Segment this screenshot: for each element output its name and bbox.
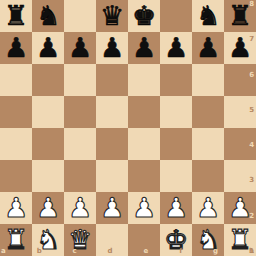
square-c1[interactable]: ♛ — [64, 224, 96, 256]
square-g8[interactable]: ♞ — [192, 0, 224, 32]
square-a8[interactable]: ♜ — [0, 0, 32, 32]
square-c4[interactable] — [64, 128, 96, 160]
square-b4[interactable] — [32, 128, 64, 160]
square-a5[interactable] — [0, 96, 32, 128]
square-h4[interactable] — [224, 128, 256, 160]
square-d1[interactable] — [96, 224, 128, 256]
square-e3[interactable] — [128, 160, 160, 192]
piece-black-knight[interactable]: ♞ — [32, 0, 64, 31]
square-f7[interactable]: ♟ — [160, 32, 192, 64]
chess-board: ♜♞♛♚♞♜♟♟♟♟♟♟♟♟♟♟♟♟♟♟♟♟♜♞♛♚♞♜ abcdefgh 87… — [0, 0, 256, 256]
square-e5[interactable] — [128, 96, 160, 128]
square-f6[interactable] — [160, 64, 192, 96]
piece-black-queen[interactable]: ♛ — [96, 0, 128, 31]
piece-black-pawn[interactable]: ♟ — [32, 31, 64, 63]
square-a6[interactable] — [0, 64, 32, 96]
square-c3[interactable] — [64, 160, 96, 192]
piece-black-king[interactable]: ♚ — [128, 0, 160, 31]
piece-black-knight[interactable]: ♞ — [192, 0, 224, 31]
square-g3[interactable] — [192, 160, 224, 192]
piece-white-rook[interactable]: ♜ — [224, 223, 256, 255]
square-e7[interactable]: ♟ — [128, 32, 160, 64]
square-a7[interactable]: ♟ — [0, 32, 32, 64]
square-d8[interactable]: ♛ — [96, 0, 128, 32]
piece-black-pawn[interactable]: ♟ — [0, 31, 32, 63]
square-g5[interactable] — [192, 96, 224, 128]
square-g6[interactable] — [192, 64, 224, 96]
square-f8[interactable] — [160, 0, 192, 32]
square-h7[interactable]: ♟ — [224, 32, 256, 64]
piece-white-knight[interactable]: ♞ — [32, 223, 64, 255]
square-g7[interactable]: ♟ — [192, 32, 224, 64]
square-f3[interactable] — [160, 160, 192, 192]
chess-board-grid: ♜♞♛♚♞♜♟♟♟♟♟♟♟♟♟♟♟♟♟♟♟♟♜♞♛♚♞♜ — [0, 0, 256, 256]
square-d7[interactable]: ♟ — [96, 32, 128, 64]
square-d6[interactable] — [96, 64, 128, 96]
square-f1[interactable]: ♚ — [160, 224, 192, 256]
square-f4[interactable] — [160, 128, 192, 160]
square-e6[interactable] — [128, 64, 160, 96]
square-e1[interactable] — [128, 224, 160, 256]
square-a2[interactable]: ♟ — [0, 192, 32, 224]
piece-white-pawn[interactable]: ♟ — [192, 191, 224, 223]
square-e8[interactable]: ♚ — [128, 0, 160, 32]
square-h2[interactable]: ♟ — [224, 192, 256, 224]
square-c2[interactable]: ♟ — [64, 192, 96, 224]
square-e4[interactable] — [128, 128, 160, 160]
square-g2[interactable]: ♟ — [192, 192, 224, 224]
piece-white-queen[interactable]: ♛ — [64, 223, 96, 255]
piece-black-pawn[interactable]: ♟ — [160, 31, 192, 63]
square-g1[interactable]: ♞ — [192, 224, 224, 256]
square-b5[interactable] — [32, 96, 64, 128]
piece-black-pawn[interactable]: ♟ — [224, 31, 256, 63]
square-f5[interactable] — [160, 96, 192, 128]
piece-white-pawn[interactable]: ♟ — [0, 191, 32, 223]
square-b1[interactable]: ♞ — [32, 224, 64, 256]
square-h5[interactable] — [224, 96, 256, 128]
square-f2[interactable]: ♟ — [160, 192, 192, 224]
piece-black-rook[interactable]: ♜ — [0, 0, 32, 31]
square-b6[interactable] — [32, 64, 64, 96]
piece-black-pawn[interactable]: ♟ — [192, 31, 224, 63]
piece-black-pawn[interactable]: ♟ — [64, 31, 96, 63]
square-h3[interactable] — [224, 160, 256, 192]
piece-white-pawn[interactable]: ♟ — [96, 191, 128, 223]
piece-black-rook[interactable]: ♜ — [224, 0, 256, 31]
square-e2[interactable]: ♟ — [128, 192, 160, 224]
piece-white-pawn[interactable]: ♟ — [64, 191, 96, 223]
piece-white-pawn[interactable]: ♟ — [32, 191, 64, 223]
square-b8[interactable]: ♞ — [32, 0, 64, 32]
piece-black-pawn[interactable]: ♟ — [96, 31, 128, 63]
square-h1[interactable]: ♜ — [224, 224, 256, 256]
piece-white-pawn[interactable]: ♟ — [160, 191, 192, 223]
piece-white-rook[interactable]: ♜ — [0, 223, 32, 255]
square-a4[interactable] — [0, 128, 32, 160]
square-a3[interactable] — [0, 160, 32, 192]
square-b2[interactable]: ♟ — [32, 192, 64, 224]
piece-white-king[interactable]: ♚ — [160, 223, 192, 255]
piece-white-pawn[interactable]: ♟ — [128, 191, 160, 223]
square-d5[interactable] — [96, 96, 128, 128]
piece-white-knight[interactable]: ♞ — [192, 223, 224, 255]
square-a1[interactable]: ♜ — [0, 224, 32, 256]
piece-black-pawn[interactable]: ♟ — [128, 31, 160, 63]
square-b3[interactable] — [32, 160, 64, 192]
square-d3[interactable] — [96, 160, 128, 192]
square-d4[interactable] — [96, 128, 128, 160]
piece-white-pawn[interactable]: ♟ — [224, 191, 256, 223]
square-h6[interactable] — [224, 64, 256, 96]
square-b7[interactable]: ♟ — [32, 32, 64, 64]
square-c7[interactable]: ♟ — [64, 32, 96, 64]
square-c5[interactable] — [64, 96, 96, 128]
square-c8[interactable] — [64, 0, 96, 32]
square-g4[interactable] — [192, 128, 224, 160]
square-h8[interactable]: ♜ — [224, 0, 256, 32]
square-c6[interactable] — [64, 64, 96, 96]
square-d2[interactable]: ♟ — [96, 192, 128, 224]
